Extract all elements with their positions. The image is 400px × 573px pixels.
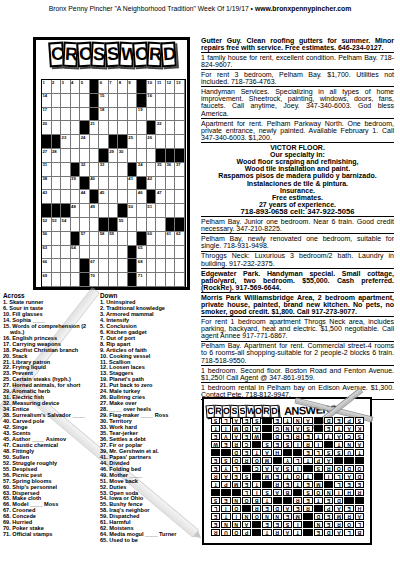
- puzzle-cell: [156, 177, 166, 191]
- answer-letter-cell: I: [221, 425, 230, 432]
- puzzle-black-cell: [175, 218, 185, 232]
- puzzle-cell: 21: [90, 121, 100, 135]
- puzzle-cell: [71, 135, 81, 149]
- classified-ad: Edgewater Park. Handyman special. Small …: [201, 269, 394, 293]
- puzzle-cell: 61: [166, 232, 176, 246]
- answer-letter-cell: T: [221, 513, 230, 520]
- answer-letter-cell: A: [334, 529, 343, 536]
- clue-number: 13: [176, 80, 181, 85]
- masthead-title: Bronx Penny Pincher "A Neighborhood Trad…: [49, 5, 253, 12]
- puzzle-cell: [128, 108, 138, 122]
- answer-letter-cell: A: [303, 417, 312, 424]
- puzzle-cell: [61, 121, 71, 135]
- answer-letter-cell: E: [323, 425, 332, 432]
- answer-letter-cell: A: [282, 529, 291, 536]
- clue-number: 7: [109, 80, 111, 85]
- ad-line: Wood floor scraping and refinishing,: [201, 158, 394, 165]
- puzzle-cell: [156, 259, 166, 273]
- puzzle-cell: 58: [99, 232, 109, 246]
- clue-number: 30: [119, 149, 124, 154]
- puzzle-cell: [99, 259, 109, 273]
- answer-black-cell: [313, 417, 322, 424]
- puzzle-cell: 1: [42, 80, 52, 94]
- answer-letter-cell: T: [262, 497, 271, 504]
- answer-letter-cell: G: [272, 425, 281, 432]
- answer-letter-cell: H: [344, 489, 353, 496]
- puzzle-cell: [147, 273, 157, 287]
- answer-letter-cell: E: [323, 521, 332, 528]
- clue-number: 58: [100, 231, 105, 236]
- answer-letter-cell: I: [293, 465, 302, 472]
- puzzle-cell: 11: [156, 80, 166, 94]
- answer-letter-cell: O: [241, 497, 250, 504]
- puzzle-cell: [166, 135, 176, 149]
- puzzle-cell: 14: [42, 94, 52, 108]
- puzzle-cell: [166, 94, 176, 108]
- puzzle-cell: [118, 246, 128, 260]
- answer-black-cell: [221, 489, 230, 496]
- puzzle-cell: 16: [147, 94, 157, 108]
- puzzle-cell: 23: [61, 135, 71, 149]
- answer-letter-cell: S: [282, 441, 291, 448]
- answer-letter-cell: T: [252, 449, 261, 456]
- puzzle-cell: [80, 204, 90, 218]
- answer-letter-cell: A: [272, 465, 281, 472]
- answer-letter-cell: M: [231, 425, 240, 432]
- puzzle-cell: 25: [128, 135, 138, 149]
- answer-letter-cell: T: [354, 449, 363, 456]
- classified-ad: Handyman Services. Specializing in all t…: [201, 87, 394, 118]
- answer-letter-cell: B: [354, 529, 363, 536]
- answer-black-cell: [241, 505, 250, 512]
- puzzle-cell: 62: [175, 232, 185, 246]
- answer-letter-cell: D: [323, 417, 332, 424]
- puzzle-black-cell: [109, 218, 119, 232]
- puzzle-cell: [52, 163, 62, 177]
- classified-ad: Gutter Guy. Clean roofing gutters for su…: [201, 36, 394, 53]
- answer-black-cell: [211, 489, 220, 496]
- answer-letter-cell: R: [344, 513, 353, 520]
- answer-black-cell: [252, 521, 261, 528]
- answer-letter-cell: S: [241, 473, 250, 480]
- answer-letter-cell: S: [282, 521, 291, 528]
- answer-letter-cell: A: [334, 505, 343, 512]
- clue-number: 24: [81, 135, 86, 140]
- down-clues-column: Down 1. Uninspired2. Traditional knowled…: [100, 292, 200, 544]
- puzzle-cell: [61, 246, 71, 260]
- answer-letter-cell: T: [313, 497, 322, 504]
- clue-number: 5: [81, 80, 83, 85]
- puzzle-cell: 65: [137, 246, 147, 260]
- answer-letter-cell: A: [334, 433, 343, 440]
- puzzle-cell: [118, 177, 128, 191]
- answer-black-cell: [344, 457, 353, 464]
- puzzle-cell: 3: [61, 80, 71, 94]
- clue-number: 8: [119, 80, 121, 85]
- puzzle-black-cell: [80, 273, 90, 287]
- answer-letter-cell: A: [262, 465, 271, 472]
- puzzle-cell: [175, 121, 185, 135]
- puzzle-cell: [147, 246, 157, 260]
- answer-letter-cell: A: [354, 441, 363, 448]
- clue-number: 3: [62, 80, 64, 85]
- puzzle-black-cell: [166, 149, 176, 163]
- answers-logo-letter-tile: D: [269, 405, 279, 418]
- masthead: Bronx Penny Pincher "A Neighborhood Trad…: [0, 5, 400, 12]
- puzzle-cell: [175, 94, 185, 108]
- classified-ad: Apartment for rent. Pelham Parkway North…: [201, 119, 394, 143]
- clue-number: 1: [43, 80, 45, 85]
- clue-number: 52: [43, 218, 48, 223]
- newspaper-page: Bronx Penny Pincher "A Neighborhood Trad…: [0, 0, 400, 573]
- classified-ad: For rent 3 bedroom, Pelham Bay. $1,700. …: [201, 70, 394, 87]
- answer-letter-cell: S: [303, 425, 312, 432]
- classified-ads-column: Gutter Guy. Clean roofing gutters for su…: [201, 36, 394, 400]
- clue-number: 65: [138, 245, 143, 250]
- puzzle-cell: [52, 177, 62, 191]
- clue-number: 36: [166, 162, 171, 167]
- clue-number: 15: [100, 93, 105, 98]
- clue-number: 41: [128, 176, 133, 181]
- puzzle-black-cell: [156, 149, 166, 163]
- classified-ad: For rent 1 bedroom apartment Throgs Neck…: [201, 317, 394, 341]
- puzzle-black-cell: [137, 94, 147, 108]
- puzzle-cell: 36: [166, 163, 176, 177]
- puzzle-cell: [166, 259, 176, 273]
- clue-number: 18: [100, 107, 105, 112]
- puzzle-cell: 60: [147, 232, 157, 246]
- puzzle-cell: 17: [42, 108, 52, 122]
- answer-letter-cell: O: [293, 473, 302, 480]
- ad-line: VICTOR FLOOR.: [201, 144, 394, 151]
- answer-letter-cell: M: [334, 513, 343, 520]
- puzzle-cell: 9: [128, 80, 138, 94]
- answer-letter-cell: T: [282, 473, 291, 480]
- answer-letter-cell: S: [354, 433, 363, 440]
- puzzle-cell: [99, 273, 109, 287]
- clue-number: 67: [90, 259, 95, 264]
- clue-number: 6: [100, 80, 102, 85]
- answer-letter-cell: D: [272, 433, 281, 440]
- answer-letter-cell: N: [272, 513, 281, 520]
- puzzle-cell: [109, 94, 119, 108]
- answer-letter-cell: S: [334, 449, 343, 456]
- puzzle-cell: 47: [156, 190, 166, 204]
- answer-letter-cell: A: [282, 505, 291, 512]
- puzzle-cell: 54: [61, 218, 71, 232]
- puzzle-cell: [118, 108, 128, 122]
- answers-grid: BLADETARTPOURLORENISEEANNEARMEDMENNONITE…: [211, 418, 364, 536]
- answer-black-cell: [323, 481, 332, 488]
- answer-letter-cell: L: [211, 505, 220, 512]
- puzzle-cell: 29: [109, 149, 119, 163]
- puzzle-cell: 43: [42, 190, 52, 204]
- puzzle-cell: 52: [42, 218, 52, 232]
- answer-letter-cell: D: [354, 473, 363, 480]
- masthead-website: www.bronxpennypincher.com: [255, 5, 351, 12]
- puzzle-cell: 69: [42, 273, 52, 287]
- puzzle-cell: 49: [90, 204, 100, 218]
- clue-number: 43: [43, 190, 48, 195]
- answer-letter-cell: R: [323, 465, 332, 472]
- answer-letter-cell: A: [344, 473, 353, 480]
- answer-letter-cell: O: [231, 457, 240, 464]
- puzzle-black-cell: [90, 190, 100, 204]
- answer-letter-cell: E: [211, 513, 220, 520]
- answer-letter-cell: E: [334, 417, 343, 424]
- puzzle-cell: 51: [147, 204, 157, 218]
- answer-letter-cell: I: [323, 473, 332, 480]
- clue-number: 49: [90, 204, 95, 209]
- answer-letter-cell: L: [344, 529, 353, 536]
- answer-black-cell: [272, 457, 281, 464]
- puzzle-cell: 5: [80, 80, 90, 94]
- answer-letter-cell: D: [323, 529, 332, 536]
- puzzle-cell: 12: [166, 80, 176, 94]
- puzzle-black-cell: [109, 135, 119, 149]
- classified-ad: Morris Park Williamsbridge Area, 2 bedro…: [201, 293, 394, 317]
- puzzle-cell: [118, 94, 128, 108]
- answer-black-cell: [293, 489, 302, 496]
- answer-letter-cell: D: [313, 513, 322, 520]
- clue-number: 32: [81, 162, 86, 167]
- answer-letter-cell: N: [241, 513, 250, 520]
- down-clue: 65. Used to be: [100, 538, 200, 544]
- puzzle-black-cell: [90, 80, 100, 94]
- puzzle-cell: [109, 273, 119, 287]
- answer-letter-cell: E: [282, 513, 291, 520]
- puzzle-cell: 48: [71, 204, 81, 218]
- puzzle-cell: [128, 149, 138, 163]
- clue-number: 33: [100, 162, 105, 167]
- answer-letter-cell: U: [344, 449, 353, 456]
- answer-letter-cell: E: [344, 481, 353, 488]
- puzzle-black-cell: [137, 232, 147, 246]
- puzzle-black-cell: [137, 177, 147, 191]
- puzzle-cell: [109, 121, 119, 135]
- puzzle-cell: 26: [147, 135, 157, 149]
- answer-black-cell: [272, 497, 281, 504]
- puzzle-cell: 18: [99, 108, 109, 122]
- answer-letter-cell: K: [354, 425, 363, 432]
- answer-letter-cell: T: [211, 481, 220, 488]
- puzzle-cell: 66: [42, 259, 52, 273]
- answer-letter-cell: D: [241, 425, 250, 432]
- classified-ad-display: VICTOR FLOOR.Our specialty in:Wood floor…: [201, 143, 394, 217]
- puzzle-black-cell: [90, 94, 100, 108]
- puzzle-cell: 70: [90, 273, 100, 287]
- puzzle-cell: [128, 190, 138, 204]
- puzzle-cell: [109, 108, 119, 122]
- answer-letter-cell: N: [282, 425, 291, 432]
- puzzle-cell: [52, 232, 62, 246]
- puzzle-cell: [52, 259, 62, 273]
- puzzle-cell: [166, 108, 176, 122]
- answer-letter-cell: E: [211, 457, 220, 464]
- crossword-puzzle-box: CROSSWORD 123456789101112131415161718192…: [33, 37, 190, 290]
- answer-letter-cell: A: [231, 417, 240, 424]
- answer-black-cell: [282, 449, 291, 456]
- answer-letter-cell: M: [313, 481, 322, 488]
- puzzle-cell: 15: [99, 94, 109, 108]
- answer-black-cell: [313, 505, 322, 512]
- answer-letter-cell: R: [272, 529, 281, 536]
- clue-number: 55: [119, 218, 124, 223]
- classified-ad: Pelham Bay. Junior one bedroom. Near 6 t…: [201, 217, 394, 234]
- answer-letter-cell: B: [252, 497, 261, 504]
- puzzle-cell: [156, 246, 166, 260]
- answer-black-cell: [303, 465, 312, 472]
- answer-black-cell: [262, 417, 271, 424]
- puzzle-cell: 71: [137, 273, 147, 287]
- puzzle-cell: [118, 163, 128, 177]
- answer-letter-cell: E: [303, 497, 312, 504]
- answer-letter-cell: S: [252, 417, 261, 424]
- puzzle-cell: [109, 190, 119, 204]
- answer-letter-cell: N: [231, 521, 240, 528]
- answer-letter-cell: E: [293, 505, 302, 512]
- clue-number: 26: [147, 135, 152, 140]
- answer-letter-cell: H: [272, 449, 281, 456]
- puzzle-cell: [118, 190, 128, 204]
- answer-letter-cell: E: [303, 433, 312, 440]
- puzzle-cell: 20: [42, 121, 52, 135]
- answer-letter-cell: T: [303, 473, 312, 480]
- puzzle-cell: [156, 108, 166, 122]
- puzzle-cell: [80, 246, 90, 260]
- puzzle-cell: [52, 108, 62, 122]
- answer-letter-cell: P: [323, 505, 332, 512]
- clue-number: 4: [71, 80, 73, 85]
- answer-letter-cell: T: [334, 425, 343, 432]
- answer-letter-cell: E: [241, 433, 250, 440]
- classified-ad: Pelham Bay, newly renovated one bedroom,…: [201, 234, 394, 251]
- answer-letter-cell: E: [344, 505, 353, 512]
- puzzle-cell: 34: [137, 163, 147, 177]
- down-clue-list: 1. Uninspired2. Traditional knowledge3. …: [100, 300, 200, 544]
- answer-letter-cell: L: [241, 489, 250, 496]
- clue-number: 37: [176, 162, 181, 167]
- puzzle-cell: [99, 204, 109, 218]
- answer-black-cell: [303, 529, 312, 536]
- clue-number: 53: [52, 218, 57, 223]
- answer-letter-cell: A: [323, 457, 332, 464]
- puzzle-black-cell: [80, 121, 90, 135]
- answer-letter-cell: W: [252, 433, 261, 440]
- puzzle-cell: [166, 273, 176, 287]
- puzzle-cell: [175, 259, 185, 273]
- answer-letter-cell: N: [221, 521, 230, 528]
- answer-black-cell: [252, 473, 261, 480]
- puzzle-cell: [52, 190, 62, 204]
- answer-letter-cell: H: [354, 505, 363, 512]
- answer-letter-cell: L: [221, 417, 230, 424]
- clue-number: 61: [166, 231, 171, 236]
- answer-letter-cell: E: [231, 473, 240, 480]
- puzzle-cell: 53: [52, 218, 62, 232]
- puzzle-cell: [128, 94, 138, 108]
- answer-black-cell: [252, 529, 261, 536]
- puzzle-black-cell: [80, 259, 90, 273]
- answer-black-cell: [231, 489, 240, 496]
- answer-black-cell: [262, 481, 271, 488]
- puzzle-cell: 50: [128, 204, 138, 218]
- clue-number: 48: [71, 204, 76, 209]
- answer-letter-cell: E: [272, 521, 281, 528]
- answer-letter-cell: R: [231, 441, 240, 448]
- answer-letter-cell: E: [272, 417, 281, 424]
- answer-letter-cell: E: [323, 513, 332, 520]
- answer-letter-cell: M: [231, 481, 240, 488]
- clue-number: 2: [52, 80, 54, 85]
- clue-number: 50: [128, 204, 133, 209]
- crossword-grid: 1234567891011121314151617181920212223242…: [41, 79, 186, 288]
- puzzle-cell: 4: [71, 80, 81, 94]
- puzzle-cell: [61, 108, 71, 122]
- answer-letter-cell: E: [211, 433, 220, 440]
- clue-number: 40: [90, 176, 95, 181]
- clue-number: 66: [43, 259, 48, 264]
- clue-number: 46: [138, 190, 143, 195]
- puzzle-cell: 46: [137, 190, 147, 204]
- puzzle-cell: 32: [80, 163, 90, 177]
- clue-number: 51: [147, 204, 152, 209]
- puzzle-cell: [175, 204, 185, 218]
- puzzle-cell: [156, 135, 166, 149]
- answer-letter-cell: T: [252, 481, 261, 488]
- puzzle-cell: [61, 149, 71, 163]
- answer-letter-cell: D: [344, 465, 353, 472]
- puzzle-cell: [147, 149, 157, 163]
- answer-letter-cell: T: [211, 425, 220, 432]
- answer-letter-cell: D: [334, 497, 343, 504]
- across-clue: 71. Official stamps: [3, 532, 89, 538]
- puzzle-cell: [109, 246, 119, 260]
- puzzle-cell: [71, 259, 81, 273]
- puzzle-cell: [52, 94, 62, 108]
- puzzle-cell: 31: [42, 163, 52, 177]
- answer-black-cell: [282, 497, 291, 504]
- puzzle-cell: 6: [99, 80, 109, 94]
- answer-black-cell: [262, 433, 271, 440]
- clue-number: 21: [90, 121, 95, 126]
- puzzle-cell: [166, 246, 176, 260]
- clue-number: 57: [81, 231, 86, 236]
- puzzle-cell: 24: [80, 135, 90, 149]
- puzzle-cell: 19: [137, 108, 147, 122]
- puzzle-cell: 64: [71, 246, 81, 260]
- clue-number: 34: [138, 162, 143, 167]
- answer-letter-cell: E: [221, 441, 230, 448]
- answer-letter-cell: I: [334, 489, 343, 496]
- answer-black-cell: [313, 425, 322, 432]
- puzzle-cell: 44: [80, 190, 90, 204]
- answer-letter-cell: O: [252, 513, 261, 520]
- puzzle-cell: [156, 204, 166, 218]
- puzzle-black-cell: [52, 135, 62, 149]
- puzzle-black-cell: [147, 190, 157, 204]
- puzzle-black-cell: [147, 121, 157, 135]
- puzzle-cell: 13: [175, 80, 185, 94]
- puzzle-cell: [175, 273, 185, 287]
- answer-letter-cell: E: [282, 433, 291, 440]
- puzzle-cell: 55: [118, 218, 128, 232]
- puzzle-cell: [52, 121, 62, 135]
- puzzle-black-cell: [61, 204, 71, 218]
- answer-letter-cell: T: [282, 417, 291, 424]
- answer-letter-cell: N: [313, 521, 322, 528]
- answer-black-cell: [323, 441, 332, 448]
